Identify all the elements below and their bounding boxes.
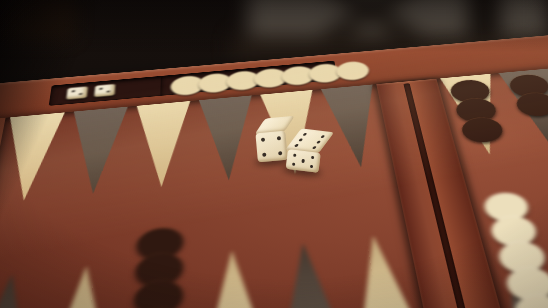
checker-stack: ●●●●● xyxy=(116,251,197,308)
checker-stack xyxy=(0,266,50,308)
checker-stack xyxy=(127,101,195,194)
checker-stack xyxy=(196,243,276,308)
checker-stack xyxy=(58,106,132,200)
checker-dark: ● xyxy=(129,300,186,308)
point-14 xyxy=(58,106,132,200)
point-9 xyxy=(196,243,276,308)
photo-scene: ●●●●●●● ●●●●●●●●●●●●●●● xyxy=(0,0,548,308)
checker-light: ● xyxy=(506,286,548,308)
checker-stack xyxy=(195,95,263,186)
point-15 xyxy=(127,101,195,194)
tray-checker-light: ● xyxy=(332,58,372,80)
rail-dice-tray xyxy=(49,75,174,106)
point-10: ●●●●● xyxy=(116,251,197,308)
tray-die xyxy=(66,87,88,100)
checker-dark: ● xyxy=(455,112,508,143)
checker-dark: ● xyxy=(509,88,548,118)
background-furniture-blur xyxy=(0,0,74,38)
point-12 xyxy=(0,266,50,308)
point-16 xyxy=(195,95,263,186)
tray-die xyxy=(94,84,115,97)
